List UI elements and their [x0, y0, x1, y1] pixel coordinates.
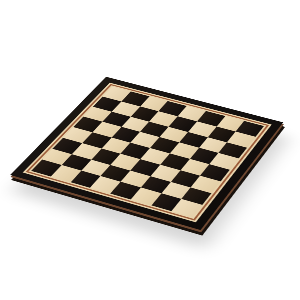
pinstripe-border — [26, 84, 269, 221]
product-photo-scene — [0, 0, 300, 300]
board-margin — [23, 83, 272, 223]
board-grid — [31, 87, 264, 218]
chessboard — [10, 77, 283, 230]
